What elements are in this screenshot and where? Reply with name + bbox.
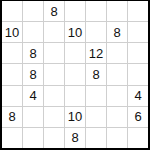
clue-number: 10 (5, 26, 19, 39)
cell-r1c6[interactable] (107, 1, 127, 21)
cell-r4c6[interactable] (107, 64, 127, 84)
cell-r2c4[interactable]: 10 (65, 22, 85, 42)
clue-number: 4 (29, 89, 36, 102)
cell-r3c6[interactable] (107, 43, 127, 63)
cell-r3c4[interactable] (65, 43, 85, 63)
cell-r4c2[interactable]: 8 (23, 64, 43, 84)
cell-r3c7[interactable] (128, 43, 148, 63)
cell-r6c5[interactable] (86, 107, 106, 127)
cell-r4c3[interactable] (44, 64, 64, 84)
cell-r3c5[interactable]: 12 (86, 43, 106, 63)
cell-r7c4[interactable]: 8 (65, 128, 85, 148)
cell-r4c7[interactable] (128, 64, 148, 84)
cell-r6c6[interactable] (107, 107, 127, 127)
cell-r1c4[interactable] (65, 1, 85, 21)
clue-number: 8 (29, 68, 36, 81)
cell-r6c1[interactable]: 8 (2, 107, 22, 127)
cell-r4c1[interactable] (2, 64, 22, 84)
clue-number: 8 (50, 5, 57, 18)
cell-r7c1[interactable] (2, 128, 22, 148)
cell-r2c1[interactable]: 10 (2, 22, 22, 42)
cell-r7c3[interactable] (44, 128, 64, 148)
cell-r7c7[interactable] (128, 128, 148, 148)
cell-r6c2[interactable] (23, 107, 43, 127)
cell-r4c4[interactable] (65, 64, 85, 84)
cell-r5c1[interactable] (2, 86, 22, 106)
cell-r5c7[interactable]: 4 (128, 86, 148, 106)
cell-r3c3[interactable] (44, 43, 64, 63)
clue-number: 4 (134, 89, 141, 102)
clue-number: 8 (8, 110, 15, 123)
cell-r7c6[interactable] (107, 128, 127, 148)
cell-r6c3[interactable] (44, 107, 64, 127)
cell-r5c6[interactable] (107, 86, 127, 106)
cell-r6c7[interactable]: 6 (128, 107, 148, 127)
puzzle-board: 810108812884481068 (0, 0, 150, 150)
cell-r1c7[interactable] (128, 1, 148, 21)
cell-r2c5[interactable] (86, 22, 106, 42)
cell-r7c5[interactable] (86, 128, 106, 148)
cell-r2c2[interactable] (23, 22, 43, 42)
cell-r4c5[interactable]: 8 (86, 64, 106, 84)
cell-r3c2[interactable]: 8 (23, 43, 43, 63)
clue-number: 10 (68, 110, 82, 123)
cell-r1c5[interactable] (86, 1, 106, 21)
cell-r1c2[interactable] (23, 1, 43, 21)
clue-number: 10 (68, 26, 82, 39)
cell-r5c3[interactable] (44, 86, 64, 106)
clue-number: 8 (29, 47, 36, 60)
cell-r7c2[interactable] (23, 128, 43, 148)
cell-r5c5[interactable] (86, 86, 106, 106)
clue-number: 8 (113, 26, 120, 39)
cell-r1c1[interactable] (2, 1, 22, 21)
cell-r6c4[interactable]: 10 (65, 107, 85, 127)
cell-r2c3[interactable] (44, 22, 64, 42)
clue-number: 8 (71, 131, 78, 144)
cell-r1c3[interactable]: 8 (44, 1, 64, 21)
clue-number: 12 (89, 47, 103, 60)
cell-r5c2[interactable]: 4 (23, 86, 43, 106)
cell-r2c7[interactable] (128, 22, 148, 42)
cell-r3c1[interactable] (2, 43, 22, 63)
cell-r2c6[interactable]: 8 (107, 22, 127, 42)
clue-number: 6 (134, 110, 141, 123)
cell-r5c4[interactable] (65, 86, 85, 106)
clue-number: 8 (92, 68, 99, 81)
